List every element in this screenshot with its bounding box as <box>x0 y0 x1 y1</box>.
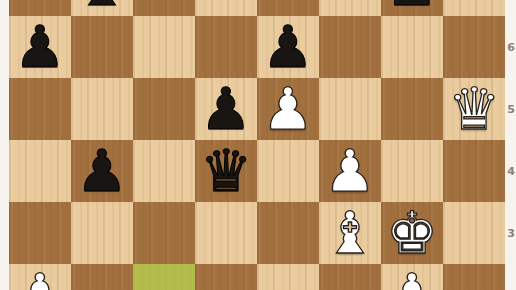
square-a5[interactable] <box>9 78 71 140</box>
square-h3[interactable] <box>443 202 505 264</box>
rank-labels: 65432 <box>505 0 516 290</box>
rank-label-5: 5 <box>507 103 515 116</box>
square-c3[interactable] <box>133 202 195 264</box>
piece-white-pawn-e5[interactable]: ♟ <box>257 78 319 140</box>
piece-white-queen-h5[interactable]: ♛ <box>443 78 505 140</box>
square-b2[interactable] <box>71 264 133 290</box>
square-e3[interactable] <box>257 202 319 264</box>
square-f5[interactable] <box>319 78 381 140</box>
square-g7[interactable]: ♟ <box>381 0 443 16</box>
square-f7[interactable] <box>319 0 381 16</box>
square-g6[interactable] <box>381 16 443 78</box>
square-a6[interactable]: ♟ <box>9 16 71 78</box>
square-e5[interactable]: ♟ <box>257 78 319 140</box>
piece-white-bishop-f3[interactable]: ♝ <box>319 202 381 264</box>
square-e4[interactable] <box>257 140 319 202</box>
piece-black-pawn-b4[interactable]: ♟ <box>71 140 133 202</box>
board: ♝♟♟♟♟♟♛♟♛♟♝♚♟♟ <box>9 0 505 290</box>
square-d7[interactable] <box>195 0 257 16</box>
rank-label-4: 4 <box>507 165 515 178</box>
square-h7[interactable] <box>443 0 505 16</box>
square-b6[interactable] <box>71 16 133 78</box>
square-g4[interactable] <box>381 140 443 202</box>
square-b5[interactable] <box>71 78 133 140</box>
square-c4[interactable] <box>133 140 195 202</box>
square-a3[interactable] <box>9 202 71 264</box>
square-a4[interactable] <box>9 140 71 202</box>
square-b4[interactable]: ♟ <box>71 140 133 202</box>
square-f4[interactable]: ♟ <box>319 140 381 202</box>
square-g3[interactable]: ♚ <box>381 202 443 264</box>
square-d2[interactable] <box>195 264 257 290</box>
square-h2[interactable] <box>443 264 505 290</box>
piece-black-pawn-g7[interactable]: ♟ <box>381 0 443 16</box>
piece-black-queen-d4[interactable]: ♛ <box>195 140 257 202</box>
chess-board-screenshot: ♝♟♟♟♟♟♛♟♛♟♝♚♟♟ 65432 <box>0 0 516 290</box>
piece-white-pawn-a2[interactable]: ♟ <box>9 264 71 290</box>
square-h6[interactable] <box>443 16 505 78</box>
square-b7[interactable]: ♝ <box>71 0 133 16</box>
square-c2[interactable] <box>133 264 195 290</box>
square-f6[interactable] <box>319 16 381 78</box>
square-g2[interactable]: ♟ <box>381 264 443 290</box>
square-h4[interactable] <box>443 140 505 202</box>
square-e6[interactable]: ♟ <box>257 16 319 78</box>
piece-black-pawn-d5[interactable]: ♟ <box>195 78 257 140</box>
piece-black-pawn-a6[interactable]: ♟ <box>9 16 71 78</box>
square-g5[interactable] <box>381 78 443 140</box>
board-viewport: ♝♟♟♟♟♟♛♟♛♟♝♚♟♟ <box>9 0 505 290</box>
square-c7[interactable] <box>133 0 195 16</box>
square-f3[interactable]: ♝ <box>319 202 381 264</box>
square-d5[interactable]: ♟ <box>195 78 257 140</box>
square-d4[interactable]: ♛ <box>195 140 257 202</box>
board-left-margin <box>0 0 9 290</box>
piece-white-pawn-g2[interactable]: ♟ <box>381 264 443 290</box>
square-c5[interactable] <box>133 78 195 140</box>
square-d3[interactable] <box>195 202 257 264</box>
square-d6[interactable] <box>195 16 257 78</box>
rank-label-6: 6 <box>507 41 515 54</box>
piece-white-king-g3[interactable]: ♚ <box>381 202 443 264</box>
rank-label-3: 3 <box>507 227 515 240</box>
square-f2[interactable] <box>319 264 381 290</box>
square-b3[interactable] <box>71 202 133 264</box>
piece-white-pawn-f4[interactable]: ♟ <box>319 140 381 202</box>
square-h5[interactable]: ♛ <box>443 78 505 140</box>
square-e2[interactable] <box>257 264 319 290</box>
piece-black-bishop-b7[interactable]: ♝ <box>71 0 133 16</box>
square-a2[interactable]: ♟ <box>9 264 71 290</box>
square-c6[interactable] <box>133 16 195 78</box>
piece-black-pawn-e6[interactable]: ♟ <box>257 16 319 78</box>
